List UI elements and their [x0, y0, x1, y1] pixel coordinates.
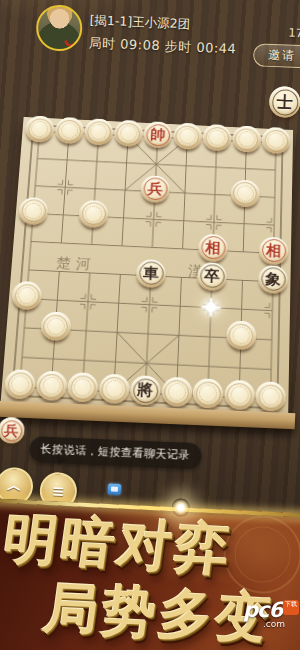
piece-red-兵[interactable]: 兵	[140, 175, 170, 203]
piece-glyph: 帥	[143, 121, 172, 148]
banner-headline-2: 局势多变	[40, 572, 278, 650]
invite-button[interactable]: 邀请	[253, 43, 300, 68]
piece-glyph: 兵	[140, 175, 170, 203]
pc6-watermark: pc6 下载 .com	[243, 598, 299, 634]
app-screen: [揭1-1]王小源2团 局时 09:08 步时 00:44 17:5 邀请 士 …	[0, 0, 300, 650]
piece-red-帥[interactable]: 帥	[143, 121, 172, 148]
piece-red-相[interactable]: 相	[198, 233, 228, 262]
piece-glyph: 卒	[197, 262, 227, 291]
captured-soldier-glyph: 兵	[0, 417, 25, 444]
piece-black-卒[interactable]: 卒	[197, 262, 227, 291]
pc6-badge: 下载	[283, 600, 299, 615]
status-bar-time: 17:5	[288, 26, 300, 41]
piece-glyph: 相	[259, 236, 288, 265]
banner-headline-1: 明暗对弈	[0, 503, 237, 587]
captured-piece-advisor: 士	[269, 86, 300, 118]
chevron-up-icon: ︿	[7, 476, 23, 496]
piece-glyph: 相	[198, 233, 228, 262]
captured-advisor-glyph: 士	[269, 86, 300, 118]
piece-black-將[interactable]: 將	[130, 375, 161, 406]
piece-red-相[interactable]: 相	[259, 236, 288, 265]
xiangqi-board[interactable]: 楚河 漢界 帥兵相相車卒象將	[0, 117, 293, 418]
captured-piece-soldier: 兵	[0, 417, 25, 444]
pc6-domain: .com	[263, 619, 285, 629]
piece-glyph: 象	[258, 264, 288, 293]
chat-message-icon[interactable]	[108, 483, 121, 495]
river-label-left: 楚河	[56, 255, 96, 272]
game-scene: [揭1-1]王小源2团 局时 09:08 步时 00:44 17:5 邀请 士 …	[0, 0, 300, 554]
menu-icon: ≡	[52, 482, 65, 501]
piece-glyph: 將	[130, 375, 161, 406]
piece-black-象[interactable]: 象	[258, 264, 288, 293]
piece-glyph: 車	[136, 259, 166, 288]
piece-black-車[interactable]: 車	[136, 259, 166, 288]
